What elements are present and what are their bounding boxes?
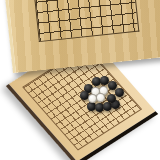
black-stone (108, 81, 117, 90)
go-set-photo (0, 0, 160, 160)
black-stone (107, 94, 116, 103)
white-stone (96, 93, 105, 102)
stones-layer (0, 0, 160, 160)
black-stone (100, 76, 109, 85)
black-stone (115, 88, 124, 97)
